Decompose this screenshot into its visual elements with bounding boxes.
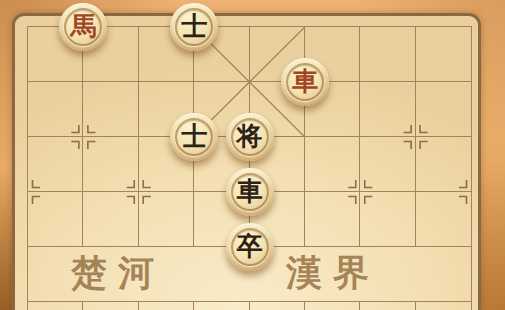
piece-character: 車 <box>292 69 318 95</box>
pieces-layer: 馬士車士将車卒 <box>28 27 471 310</box>
piece-black-advisor[interactable]: 士 <box>170 3 218 51</box>
xiangqi-app: 楚河 漢界 馬士車士将車卒 <box>0 0 505 310</box>
piece-character: 馬 <box>70 14 96 40</box>
xiangqi-board: 楚河 漢界 馬士車士将車卒 <box>12 13 481 310</box>
piece-black-soldier[interactable]: 卒 <box>226 223 274 271</box>
piece-red-horse[interactable]: 馬 <box>59 3 107 51</box>
piece-red-chariot[interactable]: 車 <box>281 58 329 106</box>
piece-character: 卒 <box>237 234 263 260</box>
piece-black-chariot[interactable]: 車 <box>226 168 274 216</box>
piece-character: 士 <box>181 124 207 150</box>
piece-character: 士 <box>181 14 207 40</box>
piece-character: 車 <box>237 179 263 205</box>
piece-black-general[interactable]: 将 <box>226 113 274 161</box>
piece-black-advisor[interactable]: 士 <box>170 113 218 161</box>
board-field[interactable]: 楚河 漢界 馬士車士将車卒 <box>27 26 472 310</box>
piece-character: 将 <box>237 124 263 150</box>
